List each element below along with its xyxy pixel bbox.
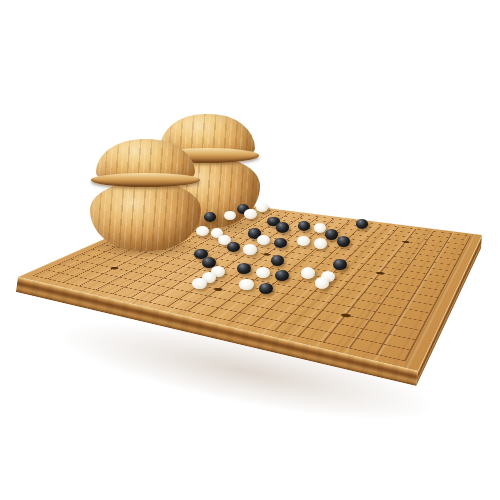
white-stone: [244, 209, 256, 219]
go-bowl-front: [89, 139, 202, 251]
white-stone: [314, 238, 327, 248]
black-stone: [227, 242, 240, 253]
black-stone: [276, 222, 289, 232]
white-stone: [256, 203, 268, 213]
black-stone: [325, 229, 338, 239]
go-set-photo: [0, 0, 500, 500]
white-stone: [315, 277, 329, 288]
white-stone: [256, 267, 270, 278]
white-stone: [243, 244, 256, 255]
black-stone: [298, 221, 311, 231]
white-stone: [196, 226, 209, 236]
white-stone: [192, 278, 206, 289]
bowl-lid-rim: [91, 173, 199, 188]
white-stone: [314, 223, 327, 233]
black-stone: [204, 212, 216, 222]
black-stone: [275, 270, 289, 281]
bowl-body: [90, 182, 201, 251]
white-stone: [297, 236, 310, 246]
black-stone: [337, 236, 350, 246]
white-stone: [239, 279, 253, 290]
black-stone: [274, 238, 287, 248]
white-stone: [301, 267, 315, 278]
